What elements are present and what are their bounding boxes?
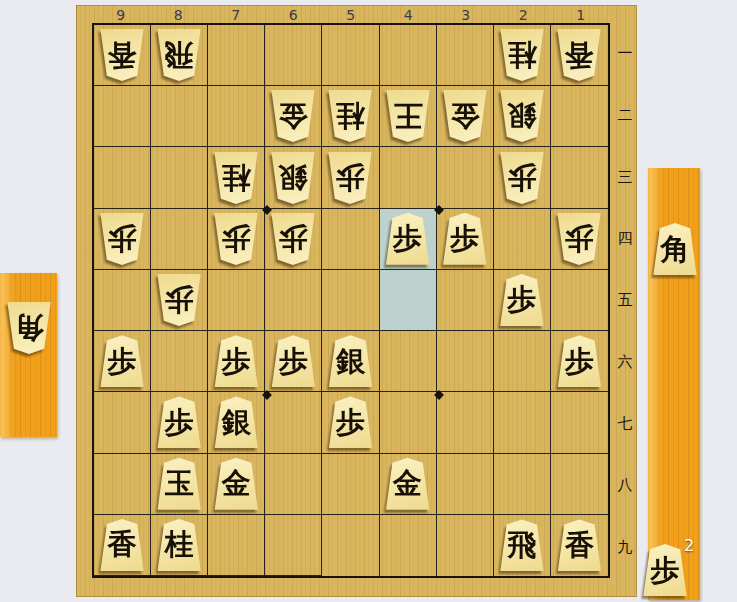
piece-glyph-角: 角: [6, 302, 52, 354]
piece-glyph-歩: 歩: [499, 274, 545, 326]
square-86[interactable]: [151, 331, 208, 392]
rank-label-5: 五: [614, 270, 636, 332]
piece-sente-silver[interactable]: 銀: [327, 335, 373, 387]
square-41[interactable]: [380, 25, 437, 86]
piece-sente-pawn[interactable]: 歩: [99, 335, 145, 387]
square-94[interactable]: 歩: [94, 209, 151, 270]
square-21[interactable]: 桂: [494, 25, 551, 86]
piece-glyph-角: 角: [652, 223, 698, 275]
piece-gote-king[interactable]: 王: [385, 90, 431, 142]
piece-glyph-金: 金: [213, 458, 259, 510]
square-23[interactable]: 歩: [494, 147, 551, 208]
piece-glyph-飛: 飛: [156, 29, 202, 81]
hand-piece-sente-bishop[interactable]: 角: [652, 223, 698, 275]
square-34[interactable]: 歩: [437, 209, 494, 270]
piece-glyph-歩: 歩: [642, 544, 688, 596]
piece-gote-rook[interactable]: 飛: [156, 29, 202, 81]
gote-hand-stand[interactable]: 角: [0, 273, 57, 437]
square-46[interactable]: [380, 331, 437, 392]
square-71[interactable]: [208, 25, 265, 86]
file-label-7: 7: [207, 7, 265, 23]
piece-glyph-香: 香: [556, 519, 602, 571]
piece-glyph-歩: 歩: [99, 213, 145, 265]
square-65[interactable]: [265, 270, 322, 331]
square-27[interactable]: [494, 392, 551, 453]
piece-glyph-歩: 歩: [213, 335, 259, 387]
square-44[interactable]: 歩: [380, 209, 437, 270]
piece-sente-pawn[interactable]: 歩: [499, 274, 545, 326]
square-66[interactable]: 歩: [265, 331, 322, 392]
square-25[interactable]: 歩: [494, 270, 551, 331]
piece-glyph-歩: 歩: [213, 213, 259, 265]
piece-gote-silver[interactable]: 銀: [270, 152, 316, 204]
piece-sente-silver[interactable]: 銀: [213, 396, 259, 448]
square-48[interactable]: 金: [380, 454, 437, 515]
square-31[interactable]: [437, 25, 494, 86]
piece-gote-gold[interactable]: 金: [270, 90, 316, 142]
piece-glyph-歩: 歩: [270, 335, 316, 387]
square-14[interactable]: 歩: [551, 209, 608, 270]
square-67[interactable]: [265, 392, 322, 453]
piece-gote-knight[interactable]: 桂: [327, 90, 373, 142]
square-74[interactable]: 歩: [208, 209, 265, 270]
file-label-3: 3: [437, 7, 495, 23]
square-22[interactable]: 銀: [494, 86, 551, 147]
square-87[interactable]: 歩: [151, 392, 208, 453]
rank-label-8: 八: [614, 455, 636, 517]
piece-glyph-歩: 歩: [499, 152, 545, 204]
square-75[interactable]: [208, 270, 265, 331]
piece-gote-silver[interactable]: 銀: [499, 90, 545, 142]
piece-glyph-香: 香: [556, 29, 602, 81]
piece-gote-knight[interactable]: 桂: [213, 152, 259, 204]
square-88[interactable]: 玉: [151, 454, 208, 515]
square-62[interactable]: 金: [265, 86, 322, 147]
piece-sente-gold[interactable]: 金: [213, 458, 259, 510]
sente-pawn-count: 2: [684, 536, 694, 555]
file-label-9: 9: [92, 7, 150, 23]
square-85[interactable]: 歩: [151, 270, 208, 331]
square-42[interactable]: 王: [380, 86, 437, 147]
piece-glyph-銀: 銀: [499, 90, 545, 142]
square-84[interactable]: [151, 209, 208, 270]
square-77[interactable]: 銀: [208, 392, 265, 453]
piece-sente-pawn[interactable]: 歩: [556, 335, 602, 387]
square-78[interactable]: 金: [208, 454, 265, 515]
square-18[interactable]: [551, 454, 608, 515]
file-label-2: 2: [495, 7, 553, 23]
square-93[interactable]: [94, 147, 151, 208]
square-12[interactable]: [551, 86, 608, 147]
square-19[interactable]: 香: [551, 515, 608, 576]
square-28[interactable]: [494, 454, 551, 515]
square-33[interactable]: [437, 147, 494, 208]
square-24[interactable]: [494, 209, 551, 270]
piece-gote-pawn[interactable]: 歩: [556, 213, 602, 265]
piece-glyph-金: 金: [270, 90, 316, 142]
square-37[interactable]: [437, 392, 494, 453]
piece-glyph-歩: 歩: [270, 213, 316, 265]
square-76[interactable]: 歩: [208, 331, 265, 392]
piece-gote-lance[interactable]: 香: [99, 29, 145, 81]
piece-sente-pawn[interactable]: 歩: [156, 396, 202, 448]
piece-glyph-金: 金: [385, 458, 431, 510]
piece-glyph-歩: 歩: [156, 274, 202, 326]
square-29[interactable]: 飛: [494, 515, 551, 576]
square-98[interactable]: [94, 454, 151, 515]
square-59[interactable]: [322, 515, 379, 576]
piece-sente-king[interactable]: 玉: [156, 458, 202, 510]
piece-glyph-桂: 桂: [327, 90, 373, 142]
rank-label-1: 一: [614, 23, 636, 85]
piece-glyph-飛: 飛: [499, 519, 545, 571]
piece-glyph-歩: 歩: [327, 396, 373, 448]
piece-sente-gold[interactable]: 金: [385, 458, 431, 510]
piece-gote-lance[interactable]: 香: [556, 29, 602, 81]
square-68[interactable]: [265, 454, 322, 515]
piece-sente-pawn[interactable]: 歩: [385, 213, 431, 265]
square-96[interactable]: 歩: [94, 331, 151, 392]
piece-glyph-香: 香: [99, 29, 145, 81]
piece-gote-pawn[interactable]: 歩: [327, 152, 373, 204]
square-56[interactable]: 銀: [322, 331, 379, 392]
file-label-4: 4: [380, 7, 438, 23]
piece-gote-pawn[interactable]: 歩: [213, 213, 259, 265]
piece-glyph-歩: 歩: [385, 213, 431, 265]
square-15[interactable]: [551, 270, 608, 331]
piece-sente-rook[interactable]: 飛: [499, 519, 545, 571]
piece-sente-pawn[interactable]: 歩: [327, 396, 373, 448]
square-82[interactable]: [151, 86, 208, 147]
piece-glyph-銀: 銀: [213, 396, 259, 448]
square-35[interactable]: [437, 270, 494, 331]
piece-gote-pawn[interactable]: 歩: [99, 213, 145, 265]
piece-glyph-歩: 歩: [99, 335, 145, 387]
rank-labels: 一二三四五六七八九: [614, 23, 636, 578]
piece-sente-pawn[interactable]: 歩: [213, 335, 259, 387]
square-69[interactable]: [265, 515, 322, 576]
square-58[interactable]: [322, 454, 379, 515]
piece-glyph-銀: 銀: [270, 152, 316, 204]
square-16[interactable]: 歩: [551, 331, 608, 392]
square-51[interactable]: [322, 25, 379, 86]
square-73[interactable]: 桂: [208, 147, 265, 208]
square-53[interactable]: 歩: [322, 147, 379, 208]
piece-sente-knight[interactable]: 桂: [156, 519, 202, 571]
piece-glyph-歩: 歩: [327, 152, 373, 204]
file-label-5: 5: [322, 7, 380, 23]
square-81[interactable]: 飛: [151, 25, 208, 86]
square-38[interactable]: [437, 454, 494, 515]
square-79[interactable]: [208, 515, 265, 576]
square-49[interactable]: [380, 515, 437, 576]
rank-label-9: 九: [614, 516, 636, 578]
piece-gote-gold[interactable]: 金: [442, 90, 488, 142]
square-52[interactable]: 桂: [322, 86, 379, 147]
piece-sente-lance[interactable]: 香: [556, 519, 602, 571]
sente-hand-stand[interactable]: 角歩2: [648, 168, 700, 600]
square-89[interactable]: 桂: [151, 515, 208, 576]
piece-glyph-銀: 銀: [327, 335, 373, 387]
shogi-board: 987654321 香飛桂香金桂王金銀桂銀歩歩歩歩歩歩歩歩歩歩歩歩歩銀歩歩銀歩玉…: [76, 5, 637, 597]
piece-glyph-桂: 桂: [213, 152, 259, 204]
hand-piece-gote-bishop[interactable]: 角: [6, 302, 52, 354]
square-91[interactable]: 香: [94, 25, 151, 86]
square-43[interactable]: [380, 147, 437, 208]
piece-glyph-金: 金: [442, 90, 488, 142]
square-64[interactable]: 歩: [265, 209, 322, 270]
piece-glyph-玉: 玉: [156, 458, 202, 510]
piece-glyph-歩: 歩: [156, 396, 202, 448]
square-83[interactable]: [151, 147, 208, 208]
piece-glyph-桂: 桂: [499, 29, 545, 81]
piece-gote-pawn[interactable]: 歩: [270, 213, 316, 265]
piece-glyph-歩: 歩: [442, 213, 488, 265]
square-63[interactable]: 銀: [265, 147, 322, 208]
piece-sente-lance[interactable]: 香: [99, 519, 145, 571]
square-61[interactable]: [265, 25, 322, 86]
rank-label-4: 四: [614, 208, 636, 270]
piece-gote-knight[interactable]: 桂: [499, 29, 545, 81]
square-47[interactable]: [380, 392, 437, 453]
square-11[interactable]: 香: [551, 25, 608, 86]
file-label-8: 8: [150, 7, 208, 23]
piece-glyph-香: 香: [99, 519, 145, 571]
piece-sente-pawn[interactable]: 歩: [442, 213, 488, 265]
square-97[interactable]: [94, 392, 151, 453]
square-99[interactable]: 香: [94, 515, 151, 576]
square-26[interactable]: [494, 331, 551, 392]
shogi-app: 987654321 香飛桂香金桂王金銀桂銀歩歩歩歩歩歩歩歩歩歩歩歩歩銀歩歩銀歩玉…: [0, 0, 737, 602]
piece-glyph-王: 王: [385, 90, 431, 142]
file-label-6: 6: [265, 7, 323, 23]
piece-glyph-歩: 歩: [556, 335, 602, 387]
file-labels: 987654321: [92, 7, 610, 23]
square-95[interactable]: [94, 270, 151, 331]
rank-label-3: 三: [614, 146, 636, 208]
square-13[interactable]: [551, 147, 608, 208]
square-55[interactable]: [322, 270, 379, 331]
square-39[interactable]: [437, 515, 494, 576]
square-92[interactable]: [94, 86, 151, 147]
piece-gote-pawn[interactable]: 歩: [156, 274, 202, 326]
square-54[interactable]: [322, 209, 379, 270]
piece-glyph-歩: 歩: [556, 213, 602, 265]
piece-glyph-桂: 桂: [156, 519, 202, 571]
square-72[interactable]: [208, 86, 265, 147]
rank-label-2: 二: [614, 85, 636, 147]
square-57[interactable]: 歩: [322, 392, 379, 453]
board-grid: 香飛桂香金桂王金銀桂銀歩歩歩歩歩歩歩歩歩歩歩歩歩銀歩歩銀歩玉金金香桂飛香: [92, 23, 610, 578]
square-45[interactable]: [380, 270, 437, 331]
piece-sente-pawn[interactable]: 歩: [270, 335, 316, 387]
piece-gote-pawn[interactable]: 歩: [499, 152, 545, 204]
rank-label-7: 七: [614, 393, 636, 455]
file-label-1: 1: [552, 7, 610, 23]
square-32[interactable]: 金: [437, 86, 494, 147]
rank-label-6: 六: [614, 331, 636, 393]
square-36[interactable]: [437, 331, 494, 392]
square-17[interactable]: [551, 392, 608, 453]
hand-piece-sente-pawn[interactable]: 歩: [642, 544, 688, 596]
